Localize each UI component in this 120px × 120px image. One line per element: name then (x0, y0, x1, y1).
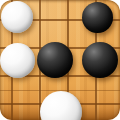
black-stone (82, 2, 113, 33)
black-stone (37, 42, 73, 78)
white-stone (40, 91, 82, 120)
white-stone (0, 43, 35, 78)
white-stone (1, 1, 33, 33)
go-board[interactable] (0, 0, 120, 120)
black-stone (82, 42, 118, 78)
